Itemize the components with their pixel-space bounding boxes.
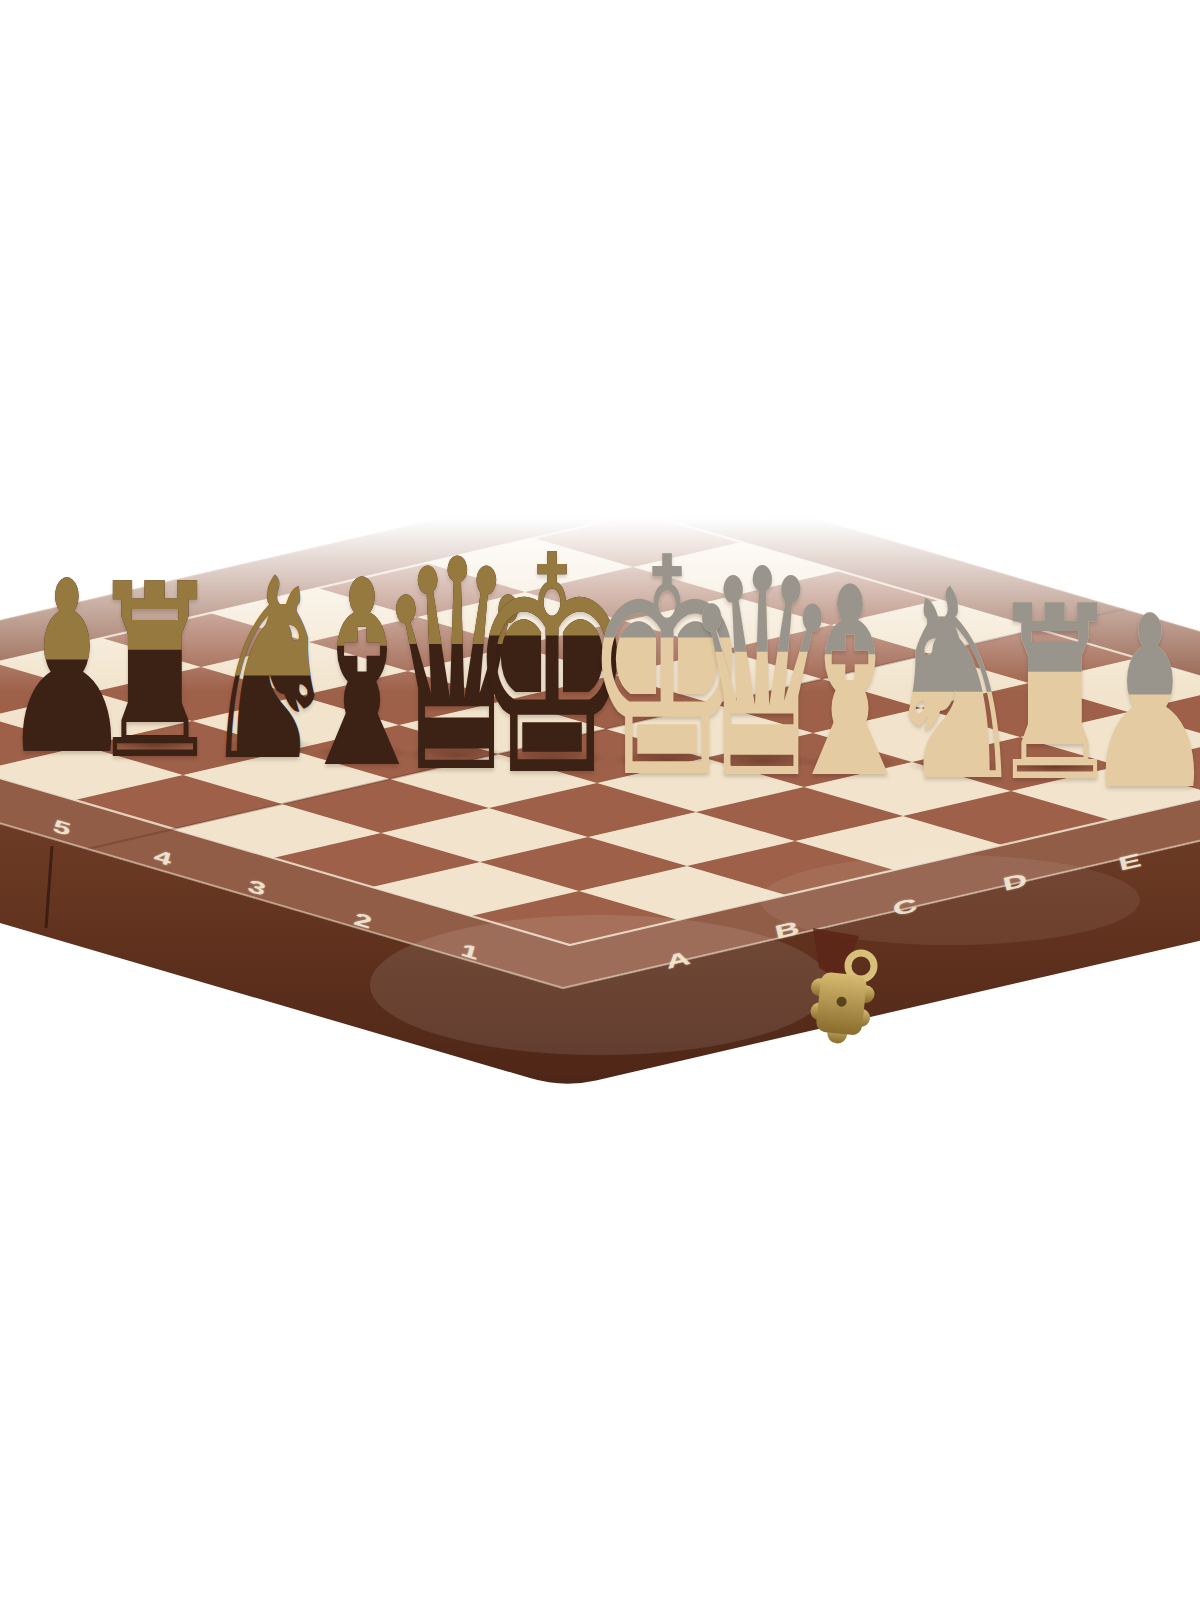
photo-canvas: 54321ABCDE ♟♟♜♜♞♞♝♝♛♛♚♚♚♚♛♛♝♝♞♞♜♜♟♟	[0, 0, 1200, 1600]
piece-light-pawn: ♟♟	[1084, 585, 1200, 823]
glare-near-corner	[370, 915, 830, 1055]
